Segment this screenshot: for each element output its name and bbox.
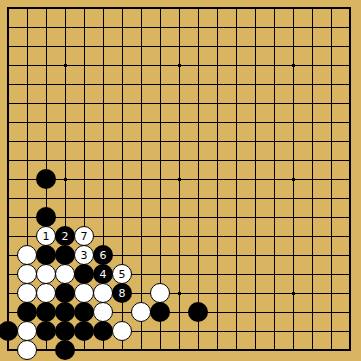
move-number-label: 1 <box>43 231 50 242</box>
move-number-label: 5 <box>119 269 126 280</box>
star-point <box>292 178 295 181</box>
go-stone-black <box>36 245 56 265</box>
go-stone-white <box>74 283 94 303</box>
go-stone-white <box>17 245 37 265</box>
move-number-label: 3 <box>81 250 88 261</box>
star-point <box>178 64 181 67</box>
go-stone-black <box>74 302 94 322</box>
go-stone-black <box>36 321 56 341</box>
star-point <box>64 64 67 67</box>
move-number-label: 7 <box>81 231 88 242</box>
star-point <box>292 292 295 295</box>
go-stone-black <box>55 302 75 322</box>
go-stone-white <box>17 264 37 284</box>
go-stone-white <box>93 302 113 322</box>
star-point <box>64 178 67 181</box>
move-8-stone: 8 <box>112 283 132 303</box>
go-stone-black <box>55 283 75 303</box>
star-point <box>178 292 181 295</box>
go-stone-black <box>36 207 56 227</box>
go-stone-black <box>55 245 75 265</box>
go-stone-white <box>17 283 37 303</box>
go-stone-white <box>131 302 151 322</box>
move-7-stone: 7 <box>74 226 94 246</box>
move-number-label: 2 <box>62 231 69 242</box>
go-stone-black <box>36 302 56 322</box>
move-number-label: 4 <box>100 269 107 280</box>
move-3-stone: 3 <box>74 245 94 265</box>
go-stone-white <box>17 340 37 360</box>
move-6-stone: 6 <box>93 245 113 265</box>
go-stone-white <box>150 283 170 303</box>
go-stone-black <box>55 340 75 360</box>
go-stone-black <box>55 321 75 341</box>
go-stone-black <box>188 302 208 322</box>
move-1-stone: 1 <box>36 226 56 246</box>
move-number-label: 8 <box>119 288 126 299</box>
go-stone-black <box>17 302 37 322</box>
move-4-stone: 4 <box>93 264 113 284</box>
go-stone-black <box>93 321 113 341</box>
go-stone-black <box>74 321 94 341</box>
go-stone-white <box>36 283 56 303</box>
star-point <box>292 64 295 67</box>
move-number-label: 6 <box>100 250 107 261</box>
move-2-stone: 2 <box>55 226 75 246</box>
go-stone-white <box>36 264 56 284</box>
move-5-stone: 5 <box>112 264 132 284</box>
go-stone-white <box>55 264 75 284</box>
go-stone-black <box>36 169 56 189</box>
go-stone-black <box>150 302 170 322</box>
go-stone-white <box>93 283 113 303</box>
go-stone-white <box>112 321 132 341</box>
star-point <box>178 178 181 181</box>
go-board: 12736458 <box>0 0 361 361</box>
go-stone-white <box>17 321 37 341</box>
go-stone-black <box>74 264 94 284</box>
